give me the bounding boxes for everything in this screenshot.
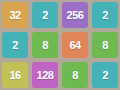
tile-r1c1: 8 xyxy=(32,32,58,58)
tile-r0c3: 2 xyxy=(92,2,118,28)
2048-board[interactable]: 32 2 256 2 2 8 64 8 16 128 8 2 xyxy=(0,0,120,90)
tile-r1c3: 8 xyxy=(92,32,118,58)
tile-r2c2: 8 xyxy=(62,62,88,88)
tile-r2c1: 128 xyxy=(32,62,58,88)
tile-r2c0: 16 xyxy=(2,62,28,88)
tile-r1c0: 2 xyxy=(2,32,28,58)
tile-r0c0: 32 xyxy=(2,2,28,28)
tile-r2c3: 2 xyxy=(92,62,118,88)
tile-r0c2: 256 xyxy=(62,2,88,28)
tile-r0c1: 2 xyxy=(32,2,58,28)
tile-r1c2: 64 xyxy=(62,32,88,58)
